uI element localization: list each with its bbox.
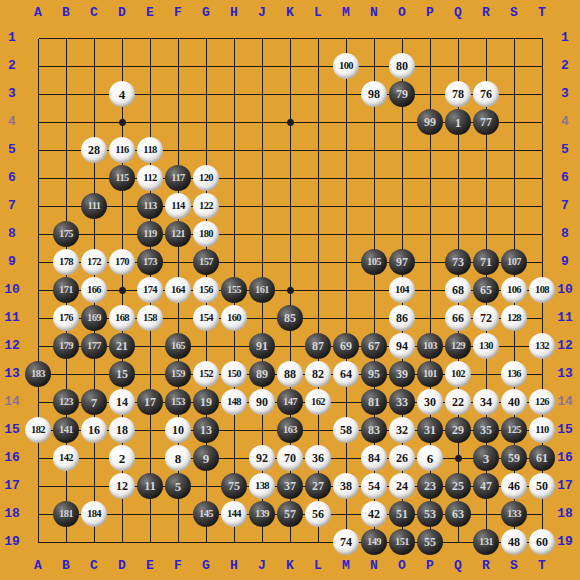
col-label-top-M: M: [332, 1, 360, 25]
col-label-bottom-T: T: [528, 554, 556, 578]
stone-S18[interactable]: 133: [501, 501, 527, 527]
stone-C15[interactable]: 16: [81, 417, 107, 443]
stone-O15[interactable]: 32: [389, 417, 415, 443]
col-label-top-R: R: [472, 1, 500, 25]
stone-O14[interactable]: 33: [389, 389, 415, 415]
stone-D6[interactable]: 115: [109, 165, 135, 191]
row-label-left-14: 14: [0, 388, 24, 416]
stone-S10[interactable]: 106: [501, 277, 527, 303]
row-label-right-17: 17: [552, 472, 578, 500]
stone-D12[interactable]: 21: [109, 333, 135, 359]
stone-N19[interactable]: 149: [361, 529, 387, 555]
row-label-left-2: 2: [0, 52, 24, 80]
stone-P14[interactable]: 30: [417, 389, 443, 415]
stone-D17[interactable]: 12: [109, 473, 135, 499]
stone-C12[interactable]: 177: [81, 333, 107, 359]
row-label-right-5: 5: [552, 136, 578, 164]
stone-Q9[interactable]: 73: [445, 249, 471, 275]
stone-J12[interactable]: 91: [249, 333, 275, 359]
stone-S13[interactable]: 136: [501, 361, 527, 387]
stone-M13[interactable]: 64: [333, 361, 359, 387]
stone-H10[interactable]: 155: [221, 277, 247, 303]
stone-A15[interactable]: 182: [25, 417, 51, 443]
stone-T15[interactable]: 110: [529, 417, 555, 443]
stone-C5[interactable]: 28: [81, 137, 107, 163]
stone-N18[interactable]: 42: [361, 501, 387, 527]
row-label-right-13: 13: [552, 360, 578, 388]
stone-G8[interactable]: 180: [193, 221, 219, 247]
stone-F14[interactable]: 153: [165, 389, 191, 415]
stone-K14[interactable]: 147: [277, 389, 303, 415]
stone-F17[interactable]: 5: [165, 473, 191, 499]
stone-G6[interactable]: 120: [193, 165, 219, 191]
stone-R19[interactable]: 131: [473, 529, 499, 555]
stone-J17[interactable]: 138: [249, 473, 275, 499]
col-label-top-D: D: [108, 1, 136, 25]
row-label-left-3: 3: [0, 80, 24, 108]
col-label-top-F: F: [164, 1, 192, 25]
stone-S14[interactable]: 40: [501, 389, 527, 415]
stone-G10[interactable]: 156: [193, 277, 219, 303]
col-label-bottom-L: L: [304, 554, 332, 578]
stone-T12[interactable]: 132: [529, 333, 555, 359]
stone-Q17[interactable]: 25: [445, 473, 471, 499]
stone-F15[interactable]: 10: [165, 417, 191, 443]
stone-R9[interactable]: 71: [473, 249, 499, 275]
stone-E17[interactable]: 11: [137, 473, 163, 499]
stone-C7[interactable]: 111: [81, 193, 107, 219]
stone-Q10[interactable]: 68: [445, 277, 471, 303]
stone-M15[interactable]: 58: [333, 417, 359, 443]
stone-P16[interactable]: 6: [417, 445, 443, 471]
stone-C9[interactable]: 172: [81, 249, 107, 275]
row-label-right-19: 19: [552, 528, 578, 556]
row-label-right-15: 15: [552, 416, 578, 444]
stone-O16[interactable]: 26: [389, 445, 415, 471]
row-label-left-8: 8: [0, 220, 24, 248]
stone-S17[interactable]: 46: [501, 473, 527, 499]
stone-B9[interactable]: 178: [53, 249, 79, 275]
stone-G18[interactable]: 145: [193, 501, 219, 527]
stone-R11[interactable]: 72: [473, 305, 499, 331]
col-label-bottom-K: K: [276, 554, 304, 578]
stone-J18[interactable]: 139: [249, 501, 275, 527]
row-label-left-12: 12: [0, 332, 24, 360]
row-label-left-15: 15: [0, 416, 24, 444]
stone-B12[interactable]: 179: [53, 333, 79, 359]
col-label-bottom-P: P: [416, 554, 444, 578]
stone-E7[interactable]: 113: [137, 193, 163, 219]
row-label-left-18: 18: [0, 500, 24, 528]
stone-Q4[interactable]: 1: [445, 109, 471, 135]
col-label-bottom-R: R: [472, 554, 500, 578]
stone-Q15[interactable]: 29: [445, 417, 471, 443]
row-label-left-1: 1: [0, 24, 24, 52]
row-label-left-17: 17: [0, 472, 24, 500]
stone-S16[interactable]: 59: [501, 445, 527, 471]
stone-M2[interactable]: 100: [333, 53, 359, 79]
stone-O12[interactable]: 94: [389, 333, 415, 359]
row-label-right-8: 8: [552, 220, 578, 248]
stone-E10[interactable]: 174: [137, 277, 163, 303]
row-label-right-3: 3: [552, 80, 578, 108]
col-label-top-C: C: [80, 1, 108, 25]
stone-J10[interactable]: 161: [249, 277, 275, 303]
stone-F10[interactable]: 164: [165, 277, 191, 303]
stone-O19[interactable]: 151: [389, 529, 415, 555]
stone-G13[interactable]: 152: [193, 361, 219, 387]
col-label-top-K: K: [276, 1, 304, 25]
col-label-bottom-M: M: [332, 554, 360, 578]
stone-L13[interactable]: 82: [305, 361, 331, 387]
stone-O17[interactable]: 24: [389, 473, 415, 499]
row-label-left-5: 5: [0, 136, 24, 164]
row-label-left-19: 19: [0, 528, 24, 556]
stone-T14[interactable]: 126: [529, 389, 555, 415]
stone-O9[interactable]: 97: [389, 249, 415, 275]
stone-B16[interactable]: 142: [53, 445, 79, 471]
row-label-right-16: 16: [552, 444, 578, 472]
stone-P18[interactable]: 53: [417, 501, 443, 527]
col-label-bottom-D: D: [108, 554, 136, 578]
stone-E11[interactable]: 158: [137, 305, 163, 331]
stone-G14[interactable]: 19: [193, 389, 219, 415]
row-label-right-18: 18: [552, 500, 578, 528]
stone-P13[interactable]: 101: [417, 361, 443, 387]
stone-B10[interactable]: 171: [53, 277, 79, 303]
col-label-top-L: L: [304, 1, 332, 25]
stone-M19[interactable]: 74: [333, 529, 359, 555]
stone-R4[interactable]: 77: [473, 109, 499, 135]
col-label-top-T: T: [528, 1, 556, 25]
stone-Q3[interactable]: 78: [445, 81, 471, 107]
stone-R16[interactable]: 3: [473, 445, 499, 471]
stone-M12[interactable]: 69: [333, 333, 359, 359]
stone-C11[interactable]: 169: [81, 305, 107, 331]
row-label-right-14: 14: [552, 388, 578, 416]
stone-N15[interactable]: 83: [361, 417, 387, 443]
stone-D5[interactable]: 116: [109, 137, 135, 163]
col-label-top-P: P: [416, 1, 444, 25]
stone-B8[interactable]: 175: [53, 221, 79, 247]
go-board[interactable]: 1008049879787699177281161181151121171201…: [0, 0, 580, 580]
stone-K11[interactable]: 85: [277, 305, 303, 331]
stone-R15[interactable]: 35: [473, 417, 499, 443]
stone-D13[interactable]: 15: [109, 361, 135, 387]
row-label-left-10: 10: [0, 276, 24, 304]
stone-E14[interactable]: 17: [137, 389, 163, 415]
col-label-bottom-A: A: [24, 554, 52, 578]
stone-E5[interactable]: 118: [137, 137, 163, 163]
stone-R17[interactable]: 47: [473, 473, 499, 499]
stone-K17[interactable]: 37: [277, 473, 303, 499]
stone-G15[interactable]: 13: [193, 417, 219, 443]
stone-S11[interactable]: 128: [501, 305, 527, 331]
stone-S15[interactable]: 125: [501, 417, 527, 443]
stone-E9[interactable]: 173: [137, 249, 163, 275]
stone-Q13[interactable]: 102: [445, 361, 471, 387]
stone-R3[interactable]: 76: [473, 81, 499, 107]
stone-T17[interactable]: 50: [529, 473, 555, 499]
stone-R10[interactable]: 65: [473, 277, 499, 303]
stone-F13[interactable]: 159: [165, 361, 191, 387]
stone-L12[interactable]: 87: [305, 333, 331, 359]
stone-N14[interactable]: 81: [361, 389, 387, 415]
stone-J14[interactable]: 90: [249, 389, 275, 415]
stone-K18[interactable]: 57: [277, 501, 303, 527]
stone-Q11[interactable]: 66: [445, 305, 471, 331]
stone-K15[interactable]: 163: [277, 417, 303, 443]
stone-O13[interactable]: 39: [389, 361, 415, 387]
stone-Q12[interactable]: 129: [445, 333, 471, 359]
stone-layer: 1008049879787699177281161181151121171201…: [24, 24, 556, 556]
stone-N13[interactable]: 95: [361, 361, 387, 387]
stone-N16[interactable]: 84: [361, 445, 387, 471]
stone-P17[interactable]: 23: [417, 473, 443, 499]
stone-J13[interactable]: 89: [249, 361, 275, 387]
row-label-left-13: 13: [0, 360, 24, 388]
stone-F8[interactable]: 121: [165, 221, 191, 247]
col-label-bottom-H: H: [220, 554, 248, 578]
col-label-top-E: E: [136, 1, 164, 25]
stone-K16[interactable]: 70: [277, 445, 303, 471]
stone-C10[interactable]: 166: [81, 277, 107, 303]
col-label-bottom-J: J: [248, 554, 276, 578]
stone-B11[interactable]: 176: [53, 305, 79, 331]
stone-H18[interactable]: 144: [221, 501, 247, 527]
row-label-right-1: 1: [552, 24, 578, 52]
stone-J16[interactable]: 92: [249, 445, 275, 471]
row-label-left-6: 6: [0, 164, 24, 192]
col-label-top-J: J: [248, 1, 276, 25]
stone-T19[interactable]: 60: [529, 529, 555, 555]
row-label-right-6: 6: [552, 164, 578, 192]
stone-H14[interactable]: 148: [221, 389, 247, 415]
stone-P4[interactable]: 99: [417, 109, 443, 135]
row-label-right-12: 12: [552, 332, 578, 360]
stone-O3[interactable]: 79: [389, 81, 415, 107]
stone-N17[interactable]: 54: [361, 473, 387, 499]
stone-F16[interactable]: 8: [165, 445, 191, 471]
stone-H11[interactable]: 160: [221, 305, 247, 331]
stone-E6[interactable]: 112: [137, 165, 163, 191]
stone-R14[interactable]: 34: [473, 389, 499, 415]
stone-Q18[interactable]: 63: [445, 501, 471, 527]
stone-D9[interactable]: 170: [109, 249, 135, 275]
row-label-left-9: 9: [0, 248, 24, 276]
row-label-left-16: 16: [0, 444, 24, 472]
col-label-bottom-O: O: [388, 554, 416, 578]
stone-G9[interactable]: 157: [193, 249, 219, 275]
stone-S19[interactable]: 48: [501, 529, 527, 555]
stone-B14[interactable]: 123: [53, 389, 79, 415]
stone-G7[interactable]: 122: [193, 193, 219, 219]
row-label-right-10: 10: [552, 276, 578, 304]
stone-L18[interactable]: 56: [305, 501, 331, 527]
row-label-left-7: 7: [0, 192, 24, 220]
stone-E8[interactable]: 119: [137, 221, 163, 247]
row-label-right-4: 4: [552, 108, 578, 136]
stone-C14[interactable]: 7: [81, 389, 107, 415]
stone-T16[interactable]: 61: [529, 445, 555, 471]
row-label-right-2: 2: [552, 52, 578, 80]
stone-P12[interactable]: 103: [417, 333, 443, 359]
col-label-bottom-Q: Q: [444, 554, 472, 578]
stone-D3[interactable]: 4: [109, 81, 135, 107]
col-label-top-N: N: [360, 1, 388, 25]
stone-D11[interactable]: 168: [109, 305, 135, 331]
stone-L14[interactable]: 162: [305, 389, 331, 415]
stone-L16[interactable]: 36: [305, 445, 331, 471]
col-label-top-H: H: [220, 1, 248, 25]
stone-F6[interactable]: 117: [165, 165, 191, 191]
stone-O11[interactable]: 86: [389, 305, 415, 331]
stone-F7[interactable]: 114: [165, 193, 191, 219]
stone-P15[interactable]: 31: [417, 417, 443, 443]
stone-B15[interactable]: 141: [53, 417, 79, 443]
row-label-left-4: 4: [0, 108, 24, 136]
stone-L17[interactable]: 27: [305, 473, 331, 499]
stone-K13[interactable]: 88: [277, 361, 303, 387]
stone-B18[interactable]: 181: [53, 501, 79, 527]
stone-S9[interactable]: 107: [501, 249, 527, 275]
row-label-right-9: 9: [552, 248, 578, 276]
col-label-bottom-C: C: [80, 554, 108, 578]
stone-O2[interactable]: 80: [389, 53, 415, 79]
col-label-bottom-N: N: [360, 554, 388, 578]
stone-G11[interactable]: 154: [193, 305, 219, 331]
stone-F12[interactable]: 165: [165, 333, 191, 359]
col-label-top-G: G: [192, 1, 220, 25]
col-label-top-S: S: [500, 1, 528, 25]
stone-Q14[interactable]: 22: [445, 389, 471, 415]
stone-N12[interactable]: 67: [361, 333, 387, 359]
col-label-bottom-E: E: [136, 554, 164, 578]
row-label-right-7: 7: [552, 192, 578, 220]
stone-D16[interactable]: 2: [109, 445, 135, 471]
stone-T10[interactable]: 108: [529, 277, 555, 303]
col-label-bottom-G: G: [192, 554, 220, 578]
stone-G16[interactable]: 9: [193, 445, 219, 471]
col-label-bottom-F: F: [164, 554, 192, 578]
row-label-right-11: 11: [552, 304, 578, 332]
stone-H13[interactable]: 150: [221, 361, 247, 387]
col-label-bottom-S: S: [500, 554, 528, 578]
stone-O10[interactable]: 104: [389, 277, 415, 303]
col-label-top-B: B: [52, 1, 80, 25]
stone-R12[interactable]: 130: [473, 333, 499, 359]
stone-H17[interactable]: 75: [221, 473, 247, 499]
stone-M17[interactable]: 38: [333, 473, 359, 499]
stone-N3[interactable]: 98: [361, 81, 387, 107]
stone-A13[interactable]: 183: [25, 361, 51, 387]
stone-D14[interactable]: 14: [109, 389, 135, 415]
col-label-bottom-B: B: [52, 554, 80, 578]
stone-P19[interactable]: 55: [417, 529, 443, 555]
stone-C18[interactable]: 184: [81, 501, 107, 527]
row-label-left-11: 11: [0, 304, 24, 332]
stone-O18[interactable]: 51: [389, 501, 415, 527]
stone-D15[interactable]: 18: [109, 417, 135, 443]
col-label-top-Q: Q: [444, 1, 472, 25]
col-label-top-O: O: [388, 1, 416, 25]
stone-N9[interactable]: 105: [361, 249, 387, 275]
col-label-top-A: A: [24, 1, 52, 25]
